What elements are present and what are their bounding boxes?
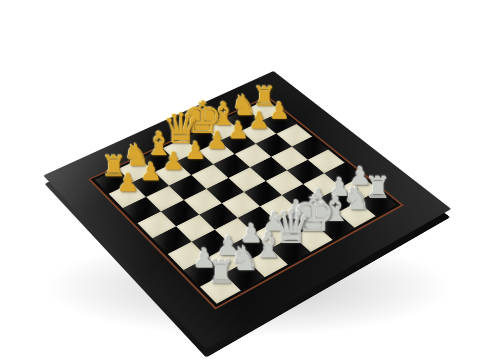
silver-rook: ♜ xyxy=(191,257,250,289)
photo-stage: ♜♜♞♞♝♝♛♛♚♚♝♝♞♞♜♜♟♟♟♟♟♟♟♟♟♟♟♟♟♟♟♟♟♟♟♟♟♟♟♟… xyxy=(0,0,480,360)
square-a8: ♜♜ xyxy=(200,274,241,304)
gold-pawn: ♟ xyxy=(100,170,154,195)
board-frame: ♜♜♞♞♝♝♛♛♚♚♝♝♞♞♜♜♟♟♟♟♟♟♟♟♟♟♟♟♟♟♟♟♟♟♟♟♟♟♟♟… xyxy=(43,71,451,349)
piece-reflection: ♜ xyxy=(191,289,250,316)
square-d4 xyxy=(206,178,244,203)
chess-board-scene: ♜♜♞♞♝♝♛♛♚♚♝♝♞♞♜♜♟♟♟♟♟♟♟♟♟♟♟♟♟♟♟♟♟♟♟♟♟♟♟♟… xyxy=(43,71,451,349)
perspective-wrapper: ♜♜♞♞♝♝♛♛♚♚♝♝♞♞♜♜♟♟♟♟♟♟♟♟♟♟♟♟♟♟♟♟♟♟♟♟♟♟♟♟… xyxy=(0,0,480,360)
square-e4 xyxy=(228,167,265,192)
